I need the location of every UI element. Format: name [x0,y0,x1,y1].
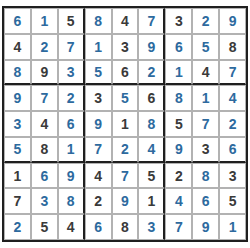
filled-digit: 4 [175,194,183,208]
sudoku-cell-r9c7[interactable]: 7 [165,214,192,240]
sudoku-cell-r7c1[interactable]: 1 [4,163,31,189]
given-digit: 4 [121,14,129,28]
filled-digit: 9 [121,194,129,208]
sudoku-cell-r2c4[interactable]: 1 [85,34,112,60]
sudoku-cell-r5c3[interactable]: 6 [58,111,85,137]
given-digit: 4 [14,40,22,54]
given-digit: 4 [202,65,210,79]
sudoku-cell-r5c1[interactable]: 3 [4,111,31,137]
sudoku-cell-r4c2[interactable]: 7 [31,85,58,111]
sudoku-cell-r5c9[interactable]: 2 [219,111,246,137]
sudoku-cell-r7c4[interactable]: 4 [85,163,112,189]
given-digit: 4 [40,117,48,131]
given-digit: 6 [121,65,129,79]
sudoku-cell-r5c5[interactable]: 1 [112,111,139,137]
filled-digit: 8 [175,91,183,105]
filled-digit: 8 [202,169,210,183]
sudoku-cell-r6c3[interactable]: 1 [58,137,85,163]
sudoku-cell-r4c8[interactable]: 1 [192,85,219,111]
given-digit: 5 [229,194,237,208]
sudoku-cell-r2c5[interactable]: 3 [112,34,139,60]
sudoku-cell-r4c9[interactable]: 4 [219,85,246,111]
filled-digit: 8 [14,65,22,79]
given-digit: 6 [147,91,155,105]
sudoku-cell-r4c4[interactable]: 3 [85,85,112,111]
filled-digit: 8 [147,117,155,131]
filled-digit: 1 [229,220,237,234]
filled-digit: 7 [229,65,237,79]
filled-digit: 7 [40,91,48,105]
sudoku-cell-r5c2[interactable]: 4 [31,111,58,137]
sudoku-cell-r1c4[interactable]: 8 [85,8,112,34]
given-digit: 5 [67,14,75,28]
sudoku-cell-r7c3[interactable]: 9 [58,163,85,189]
filled-digit: 9 [229,14,237,28]
sudoku-cell-r8c3[interactable]: 8 [58,188,85,214]
filled-digit: 1 [67,142,75,156]
sudoku-cell-r1c7[interactable]: 3 [165,8,192,34]
sudoku-cell-r1c2[interactable]: 1 [31,8,58,34]
filled-digit: 7 [147,14,155,28]
sudoku-cell-r5c4[interactable]: 9 [85,111,112,137]
sudoku-cell-r2c1[interactable]: 4 [4,34,31,60]
given-digit: 9 [40,65,48,79]
sudoku-cell-r4c1[interactable]: 9 [4,85,31,111]
given-digit: 8 [229,40,237,54]
sudoku-cell-r6c2[interactable]: 8 [31,137,58,163]
sudoku-cell-r6c9[interactable]: 6 [219,137,246,163]
filled-digit: 5 [94,65,102,79]
sudoku-cell-r1c9[interactable]: 9 [219,8,246,34]
sudoku-cell-r1c3[interactable]: 5 [58,8,85,34]
sudoku-cell-r6c8[interactable]: 3 [192,137,219,163]
filled-digit: 2 [147,65,155,79]
sudoku-board: 6158473294271396588935621479723568143469… [2,6,248,242]
filled-digit: 4 [147,142,155,156]
sudoku-cell-r3c4[interactable]: 5 [85,60,112,86]
sudoku-cell-r8c2[interactable]: 3 [31,188,58,214]
sudoku-cell-r9c9[interactable]: 1 [219,214,246,240]
filled-digit: 2 [14,220,22,234]
filled-digit: 7 [175,220,183,234]
sudoku-cell-r6c4[interactable]: 7 [85,137,112,163]
filled-digit: 3 [147,220,155,234]
sudoku-cell-r1c6[interactable]: 7 [138,8,165,34]
sudoku-cell-r2c2[interactable]: 2 [31,34,58,60]
filled-digit: 2 [67,91,75,105]
sudoku-cell-r8c9[interactable]: 5 [219,188,246,214]
filled-digit: 9 [147,40,155,54]
filled-digit: 3 [40,194,48,208]
filled-digit: 3 [14,117,22,131]
sudoku-cell-r3c5[interactable]: 6 [112,60,139,86]
sudoku-cell-r9c5[interactable]: 8 [112,214,139,240]
filled-digit: 6 [14,14,22,28]
given-digit: 7 [14,194,22,208]
sudoku-cell-r3c7[interactable]: 1 [165,60,192,86]
sudoku-cell-r4c6[interactable]: 6 [138,85,165,111]
sudoku-cell-r7c9[interactable]: 3 [219,163,246,189]
sudoku-cell-r1c1[interactable]: 6 [4,8,31,34]
sudoku-cell-r5c6[interactable]: 8 [138,111,165,137]
sudoku-cell-r8c1[interactable]: 7 [4,188,31,214]
sudoku-cell-r8c8[interactable]: 6 [192,188,219,214]
sudoku-cell-r6c7[interactable]: 9 [165,137,192,163]
given-digit: 8 [121,220,129,234]
given-digit: 5 [175,117,183,131]
filled-digit: 6 [202,194,210,208]
sudoku-cell-r6c6[interactable]: 4 [138,137,165,163]
given-digit: 3 [229,169,237,183]
sudoku-cell-r8c6[interactable]: 1 [138,188,165,214]
sudoku-cell-r9c3[interactable]: 4 [58,214,85,240]
sudoku-cell-r3c8[interactable]: 4 [192,60,219,86]
sudoku-cell-r2c8[interactable]: 5 [192,34,219,60]
sudoku-cell-r9c6[interactable]: 3 [138,214,165,240]
filled-digit: 6 [40,169,48,183]
given-digit: 8 [40,142,48,156]
given-digit: 1 [121,117,129,131]
sudoku-cell-r8c5[interactable]: 9 [112,188,139,214]
filled-digit: 2 [40,40,48,54]
filled-digit: 6 [94,220,102,234]
sudoku-cell-r9c8[interactable]: 9 [192,214,219,240]
filled-digit: 4 [229,91,237,105]
filled-digit: 9 [94,117,102,131]
sudoku-cell-r6c1[interactable]: 5 [4,137,31,163]
given-digit: 3 [121,40,129,54]
sudoku-cell-r2c6[interactable]: 9 [138,34,165,60]
filled-digit: 5 [202,40,210,54]
sudoku-cell-r6c5[interactable]: 2 [112,137,139,163]
sudoku-cell-r9c1[interactable]: 2 [4,214,31,240]
filled-digit: 3 [67,65,75,79]
filled-digit: 7 [202,117,210,131]
filled-digit: 6 [175,40,183,54]
sudoku-cell-r7c6[interactable]: 5 [138,163,165,189]
sudoku-cell-r8c7[interactable]: 4 [165,188,192,214]
filled-digit: 7 [94,142,102,156]
sudoku-cell-r3c1[interactable]: 8 [4,60,31,86]
filled-digit: 7 [67,40,75,54]
sudoku-cell-r7c5[interactable]: 7 [112,163,139,189]
sudoku-cell-r5c7[interactable]: 5 [165,111,192,137]
filled-digit: 1 [175,65,183,79]
given-digit: 3 [94,91,102,105]
sudoku-cell-r3c3[interactable]: 3 [58,60,85,86]
sudoku-cell-r2c7[interactable]: 6 [165,34,192,60]
sudoku-cell-r7c2[interactable]: 6 [31,163,58,189]
filled-digit: 6 [67,117,75,131]
sudoku-cell-r8c4[interactable]: 2 [85,188,112,214]
filled-digit: 1 [40,14,48,28]
sudoku-cell-r9c4[interactable]: 6 [85,214,112,240]
given-digit: 3 [202,142,210,156]
given-digit: 4 [67,220,75,234]
filled-digit: 6 [229,142,237,156]
given-digit: 3 [175,14,183,28]
sudoku-cell-r2c3[interactable]: 7 [58,34,85,60]
given-digit: 1 [147,194,155,208]
filled-digit: 7 [121,169,129,183]
filled-digit: 2 [229,117,237,131]
filled-digit: 5 [121,91,129,105]
filled-digit: 9 [202,220,210,234]
filled-digit: 2 [202,14,210,28]
filled-digit: 1 [94,40,102,54]
filled-digit: 9 [67,169,75,183]
sudoku-cell-r3c9[interactable]: 7 [219,60,246,86]
sudoku-cell-r3c2[interactable]: 9 [31,60,58,86]
sudoku-cell-r7c7[interactable]: 2 [165,163,192,189]
sudoku-cell-r5c8[interactable]: 7 [192,111,219,137]
given-digit: 4 [94,169,102,183]
given-digit: 2 [94,194,102,208]
sudoku-cell-r1c8[interactable]: 2 [192,8,219,34]
sudoku-cell-r9c2[interactable]: 5 [31,214,58,240]
filled-digit: 8 [67,194,75,208]
sudoku-cell-r7c8[interactable]: 8 [192,163,219,189]
given-digit: 5 [147,169,155,183]
sudoku-cell-r2c9[interactable]: 8 [219,34,246,60]
filled-digit: 8 [94,14,102,28]
given-digit: 5 [40,220,48,234]
filled-digit: 5 [14,142,22,156]
filled-digit: 9 [175,142,183,156]
filled-digit: 9 [14,91,22,105]
given-digit: 2 [175,169,183,183]
filled-digit: 1 [202,91,210,105]
sudoku-cell-r4c7[interactable]: 8 [165,85,192,111]
sudoku-cell-r4c3[interactable]: 2 [58,85,85,111]
sudoku-cell-r4c5[interactable]: 5 [112,85,139,111]
sudoku-cell-r3c6[interactable]: 2 [138,60,165,86]
given-digit: 1 [14,169,22,183]
sudoku-cell-r1c5[interactable]: 4 [112,8,139,34]
filled-digit: 2 [121,142,129,156]
